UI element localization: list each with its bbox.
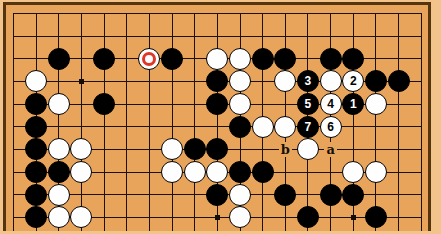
move-number-6: 6 [327, 121, 334, 133]
grid-line-vertical [172, 13, 173, 231]
stone-white [252, 116, 274, 138]
stone-black [229, 161, 251, 183]
stone-white [161, 161, 183, 183]
grid-line-vertical [149, 13, 150, 231]
move-number-3: 3 [305, 75, 312, 87]
move-number-4: 4 [327, 98, 334, 110]
stone-white [365, 93, 387, 115]
grid-line-vertical [13, 13, 14, 231]
stone-white [48, 184, 70, 206]
grid-line-horizontal [13, 126, 422, 127]
grid-line-vertical [398, 13, 399, 231]
grid-line-horizontal [13, 13, 422, 14]
grid-line-vertical [375, 13, 376, 231]
grid-line-horizontal [13, 36, 422, 37]
stone-black: 7 [297, 116, 319, 138]
star-point [79, 79, 84, 84]
stone-black [252, 161, 274, 183]
stone-black [48, 48, 70, 70]
stone-white [48, 206, 70, 228]
stone-black [25, 184, 47, 206]
stone-black [48, 161, 70, 183]
move-number-1: 1 [350, 98, 357, 110]
move-number-2: 2 [350, 75, 357, 87]
stone-white [184, 161, 206, 183]
star-point [351, 215, 356, 220]
grid-line-vertical [126, 13, 127, 231]
stone-black [93, 48, 115, 70]
grid-line-vertical [104, 13, 105, 231]
stone-black [274, 48, 296, 70]
stone-black [320, 48, 342, 70]
stone-black [342, 48, 364, 70]
grid-line-vertical [81, 13, 82, 231]
stone-white [320, 70, 342, 92]
grid-line-vertical [194, 13, 195, 231]
stone-white [229, 93, 251, 115]
stone-black [229, 116, 251, 138]
point-label-a: a [324, 142, 337, 157]
stone-black [25, 116, 47, 138]
stone-white [48, 93, 70, 115]
stone-black [184, 138, 206, 160]
stone-white: 4 [320, 93, 342, 115]
stone-black [320, 184, 342, 206]
grid-line-vertical [421, 13, 422, 231]
stone-white [229, 184, 251, 206]
stone-white: 6 [320, 116, 342, 138]
stone-black [388, 70, 410, 92]
stone-black [206, 184, 228, 206]
move-number-5: 5 [305, 98, 312, 110]
point-label-b: b [279, 142, 292, 157]
stone-black: 5 [297, 93, 319, 115]
move-number-7: 7 [305, 121, 312, 133]
star-point [215, 215, 220, 220]
stone-white [229, 48, 251, 70]
stone-white [206, 48, 228, 70]
stone-black [342, 184, 364, 206]
stone-black [161, 48, 183, 70]
stone-black [252, 48, 274, 70]
stone-black [274, 184, 296, 206]
stone-white [274, 116, 296, 138]
stone-white [365, 161, 387, 183]
go-diagram: 3254176ab [0, 0, 441, 234]
